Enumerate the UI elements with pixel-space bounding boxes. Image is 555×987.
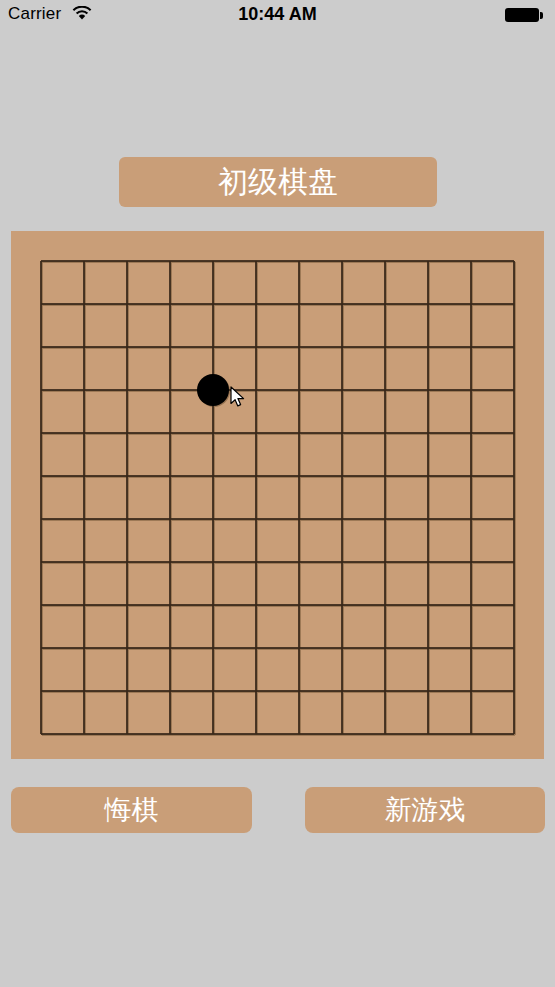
battery-icon [505, 8, 543, 22]
black-stone [197, 374, 229, 406]
game-board[interactable] [11, 231, 544, 759]
status-bar: Carrier 10:44 AM [0, 0, 555, 30]
status-time: 10:44 AM [0, 4, 555, 25]
board-grid [11, 231, 544, 759]
new-game-button[interactable]: 新游戏 [305, 787, 545, 833]
board-title-button[interactable]: 初级棋盘 [119, 157, 437, 207]
undo-move-button[interactable]: 悔棋 [11, 787, 252, 833]
